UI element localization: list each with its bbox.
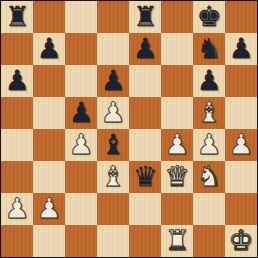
chess-board-frame: ♜♜♚♟♟♞♟♟♟♟♟♟♝♟♝♟♟♟♝♛♛♞♟♟♜♚ bbox=[0, 0, 258, 258]
white-pawn[interactable]: ♟ bbox=[161, 129, 193, 161]
square-h3[interactable] bbox=[225, 161, 257, 193]
square-d4[interactable]: ♝ bbox=[97, 129, 129, 161]
square-h1[interactable]: ♚ bbox=[225, 225, 257, 257]
square-h4[interactable]: ♟ bbox=[225, 129, 257, 161]
square-c3[interactable] bbox=[65, 161, 97, 193]
square-e5[interactable] bbox=[129, 97, 161, 129]
black-pawn[interactable]: ♟ bbox=[65, 97, 97, 129]
white-bishop[interactable]: ♝ bbox=[97, 161, 129, 193]
square-f3[interactable]: ♛ bbox=[161, 161, 193, 193]
black-king[interactable]: ♚ bbox=[193, 1, 225, 33]
black-pawn[interactable]: ♟ bbox=[33, 33, 65, 65]
square-c8[interactable] bbox=[65, 1, 97, 33]
square-a4[interactable] bbox=[1, 129, 33, 161]
square-c6[interactable] bbox=[65, 65, 97, 97]
square-a5[interactable] bbox=[1, 97, 33, 129]
square-g5[interactable]: ♝ bbox=[193, 97, 225, 129]
black-rook[interactable]: ♜ bbox=[1, 1, 33, 33]
square-e2[interactable] bbox=[129, 193, 161, 225]
square-b6[interactable] bbox=[33, 65, 65, 97]
square-a2[interactable]: ♟ bbox=[1, 193, 33, 225]
square-g1[interactable] bbox=[193, 225, 225, 257]
white-queen[interactable]: ♛ bbox=[161, 161, 193, 193]
square-b4[interactable] bbox=[33, 129, 65, 161]
chess-board: ♜♜♚♟♟♞♟♟♟♟♟♟♝♟♝♟♟♟♝♛♛♞♟♟♜♚ bbox=[1, 1, 257, 257]
square-f5[interactable] bbox=[161, 97, 193, 129]
square-g8[interactable]: ♚ bbox=[193, 1, 225, 33]
square-c5[interactable]: ♟ bbox=[65, 97, 97, 129]
white-king[interactable]: ♚ bbox=[225, 225, 257, 257]
white-knight[interactable]: ♞ bbox=[193, 161, 225, 193]
square-b8[interactable] bbox=[33, 1, 65, 33]
square-b7[interactable]: ♟ bbox=[33, 33, 65, 65]
white-pawn[interactable]: ♟ bbox=[225, 129, 257, 161]
square-a8[interactable]: ♜ bbox=[1, 1, 33, 33]
square-d3[interactable]: ♝ bbox=[97, 161, 129, 193]
black-queen[interactable]: ♛ bbox=[129, 161, 161, 193]
square-g4[interactable]: ♟ bbox=[193, 129, 225, 161]
square-g3[interactable]: ♞ bbox=[193, 161, 225, 193]
black-pawn[interactable]: ♟ bbox=[97, 65, 129, 97]
square-c4[interactable]: ♟ bbox=[65, 129, 97, 161]
square-a3[interactable] bbox=[1, 161, 33, 193]
black-bishop[interactable]: ♝ bbox=[97, 129, 129, 161]
square-c7[interactable] bbox=[65, 33, 97, 65]
square-a1[interactable] bbox=[1, 225, 33, 257]
black-rook[interactable]: ♜ bbox=[129, 1, 161, 33]
square-d2[interactable] bbox=[97, 193, 129, 225]
square-b1[interactable] bbox=[33, 225, 65, 257]
square-g7[interactable]: ♞ bbox=[193, 33, 225, 65]
square-b2[interactable]: ♟ bbox=[33, 193, 65, 225]
white-pawn[interactable]: ♟ bbox=[1, 193, 33, 225]
square-e1[interactable] bbox=[129, 225, 161, 257]
square-a6[interactable]: ♟ bbox=[1, 65, 33, 97]
square-h7[interactable]: ♟ bbox=[225, 33, 257, 65]
square-f1[interactable]: ♜ bbox=[161, 225, 193, 257]
square-d5[interactable]: ♟ bbox=[97, 97, 129, 129]
square-f8[interactable] bbox=[161, 1, 193, 33]
square-c1[interactable] bbox=[65, 225, 97, 257]
white-pawn[interactable]: ♟ bbox=[33, 193, 65, 225]
square-c2[interactable] bbox=[65, 193, 97, 225]
white-pawn[interactable]: ♟ bbox=[97, 97, 129, 129]
square-d1[interactable] bbox=[97, 225, 129, 257]
white-bishop[interactable]: ♝ bbox=[193, 97, 225, 129]
black-pawn[interactable]: ♟ bbox=[225, 33, 257, 65]
black-pawn[interactable]: ♟ bbox=[193, 65, 225, 97]
square-e6[interactable] bbox=[129, 65, 161, 97]
white-rook[interactable]: ♜ bbox=[161, 225, 193, 257]
black-pawn[interactable]: ♟ bbox=[129, 33, 161, 65]
square-d6[interactable]: ♟ bbox=[97, 65, 129, 97]
square-d8[interactable] bbox=[97, 1, 129, 33]
square-h5[interactable] bbox=[225, 97, 257, 129]
square-f4[interactable]: ♟ bbox=[161, 129, 193, 161]
white-pawn[interactable]: ♟ bbox=[193, 129, 225, 161]
square-g6[interactable]: ♟ bbox=[193, 65, 225, 97]
square-d7[interactable] bbox=[97, 33, 129, 65]
white-pawn[interactable]: ♟ bbox=[65, 129, 97, 161]
square-f6[interactable] bbox=[161, 65, 193, 97]
square-h6[interactable] bbox=[225, 65, 257, 97]
square-f2[interactable] bbox=[161, 193, 193, 225]
square-h2[interactable] bbox=[225, 193, 257, 225]
square-f7[interactable] bbox=[161, 33, 193, 65]
square-h8[interactable] bbox=[225, 1, 257, 33]
square-e7[interactable]: ♟ bbox=[129, 33, 161, 65]
square-g2[interactable] bbox=[193, 193, 225, 225]
black-pawn[interactable]: ♟ bbox=[1, 65, 33, 97]
square-e8[interactable]: ♜ bbox=[129, 1, 161, 33]
square-b3[interactable] bbox=[33, 161, 65, 193]
square-b5[interactable] bbox=[33, 97, 65, 129]
square-e4[interactable] bbox=[129, 129, 161, 161]
square-a7[interactable] bbox=[1, 33, 33, 65]
square-e3[interactable]: ♛ bbox=[129, 161, 161, 193]
black-knight[interactable]: ♞ bbox=[193, 33, 225, 65]
